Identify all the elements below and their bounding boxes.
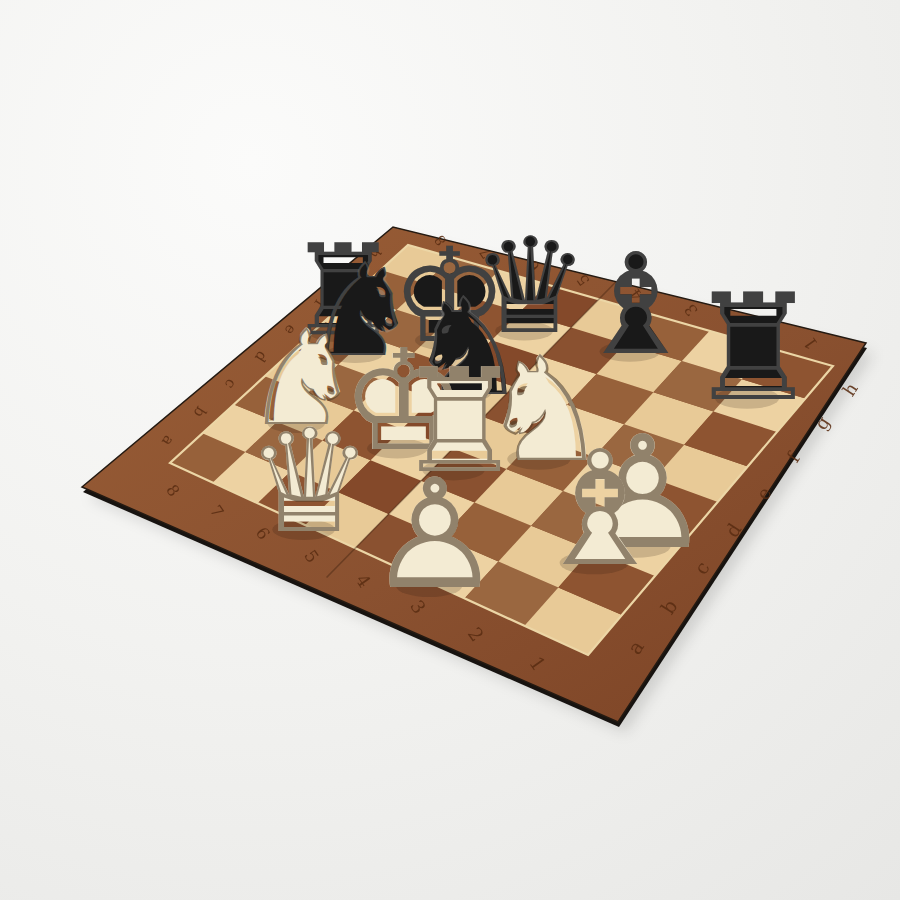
piece-white-queen-a5: ♛♕	[245, 398, 373, 565]
chessboard-photo: aabbccddeeffgghh1122334455667788♛♕♜♖♚♔♝♗…	[0, 0, 900, 900]
board-svg: aabbccddeeffgghh1122334455667788♛♕♜♖♚♔♝♗…	[0, 0, 900, 900]
piece-white-bishop-b1: ♝♗	[529, 417, 671, 601]
white-queen-detail-icon: ♕	[245, 398, 373, 565]
white-pawn-detail-icon: ♙	[367, 446, 503, 623]
white-bishop-detail-icon: ♗	[529, 417, 671, 601]
piece-white-pawn-a3: ♟♙	[367, 446, 503, 623]
